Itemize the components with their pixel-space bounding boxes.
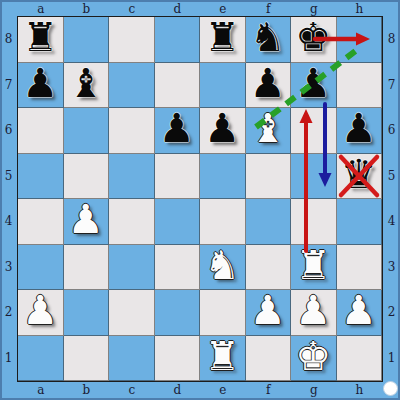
square-d3[interactable] [155,245,201,291]
square-e3[interactable]: ♞ [200,245,246,291]
white-pawn-g2[interactable]: ♟ [295,290,331,330]
square-e1[interactable]: ♜ [200,336,246,382]
square-g6[interactable] [291,108,337,154]
black-bishop-b7[interactable]: ♝ [68,63,104,103]
square-h1[interactable] [337,336,383,382]
rank-label-left-8: 8 [0,17,17,63]
square-f1[interactable] [246,336,292,382]
rank-label-right-1: 1 [383,336,400,382]
square-a8[interactable]: ♜ [18,17,64,63]
square-d6[interactable]: ♟ [155,108,201,154]
square-f3[interactable] [246,245,292,291]
square-a1[interactable] [18,336,64,382]
file-label-top-f: f [246,1,292,17]
square-e4[interactable] [200,199,246,245]
square-g7[interactable]: ♟ [291,63,337,109]
black-pawn-d6[interactable]: ♟ [159,108,195,148]
square-c3[interactable] [109,245,155,291]
file-label-top-d: d [155,1,201,17]
square-g4[interactable] [291,199,337,245]
square-g8[interactable]: ♚ [291,17,337,63]
square-d1[interactable] [155,336,201,382]
file-label-bottom-f: f [246,382,292,398]
square-c1[interactable] [109,336,155,382]
rank-label-right-7: 7 [383,63,400,109]
square-c8[interactable] [109,17,155,63]
square-a6[interactable] [18,108,64,154]
file-label-bottom-c: c [109,382,155,398]
file-label-bottom-e: e [200,382,246,398]
rank-label-right-6: 6 [383,108,400,154]
white-pawn-f2[interactable]: ♟ [250,290,286,330]
square-b2[interactable] [64,290,110,336]
square-b1[interactable] [64,336,110,382]
square-b4[interactable]: ♟ [64,199,110,245]
white-rook-g3[interactable]: ♜ [295,245,331,285]
square-a4[interactable] [18,199,64,245]
white-to-move-indicator [383,381,398,396]
file-label-bottom-b: b [64,382,110,398]
square-h8[interactable] [337,17,383,63]
square-f6[interactable]: ♝ [246,108,292,154]
file-label-top-h: h [337,1,383,17]
rank-label-left-1: 1 [0,336,17,382]
file-label-top-b: b [64,1,110,17]
white-king-g1[interactable]: ♚ [295,336,331,376]
rank-label-left-6: 6 [0,108,17,154]
square-f4[interactable] [246,199,292,245]
square-e7[interactable] [200,63,246,109]
rank-label-right-4: 4 [383,199,400,245]
square-h6[interactable]: ♟ [337,108,383,154]
square-c6[interactable] [109,108,155,154]
square-d4[interactable] [155,199,201,245]
square-h4[interactable] [337,199,383,245]
file-label-bottom-g: g [291,382,337,398]
square-g5[interactable] [291,154,337,200]
file-label-bottom-h: h [337,382,383,398]
chess-board: ♜♜♞♚♟♝♟♟♟♟♝♟♛♟♞♜♟♟♟♟♜♚ [17,16,383,382]
square-d7[interactable] [155,63,201,109]
square-c7[interactable] [109,63,155,109]
square-c4[interactable] [109,199,155,245]
square-f7[interactable]: ♟ [246,63,292,109]
square-b7[interactable]: ♝ [64,63,110,109]
square-g3[interactable]: ♜ [291,245,337,291]
white-pawn-h2[interactable]: ♟ [341,290,377,330]
square-e2[interactable] [200,290,246,336]
square-c5[interactable] [109,154,155,200]
square-a5[interactable] [18,154,64,200]
square-b6[interactable] [64,108,110,154]
square-f5[interactable] [246,154,292,200]
square-d2[interactable] [155,290,201,336]
square-d5[interactable] [155,154,201,200]
rank-label-right-3: 3 [383,245,400,291]
square-h5[interactable]: ♛ [337,154,383,200]
rank-label-right-2: 2 [383,290,400,336]
file-label-top-c: c [109,1,155,17]
square-e8[interactable]: ♜ [200,17,246,63]
square-h2[interactable]: ♟ [337,290,383,336]
black-king-g8[interactable]: ♚ [295,17,331,57]
square-h3[interactable] [337,245,383,291]
rank-label-left-4: 4 [0,199,17,245]
rank-label-left-7: 7 [0,63,17,109]
square-b5[interactable] [64,154,110,200]
white-pawn-a2[interactable]: ♟ [22,290,58,330]
square-a7[interactable]: ♟ [18,63,64,109]
white-rook-e1[interactable]: ♜ [204,336,240,376]
square-a2[interactable]: ♟ [18,290,64,336]
white-knight-e3[interactable]: ♞ [204,245,240,285]
file-label-bottom-a: a [18,382,64,398]
square-e6[interactable]: ♟ [200,108,246,154]
black-queen-h5[interactable]: ♛ [341,154,377,194]
rank-label-left-3: 3 [0,245,17,291]
square-g2[interactable]: ♟ [291,290,337,336]
file-label-top-e: e [200,1,246,17]
white-pawn-b4[interactable]: ♟ [68,199,104,239]
chess-board-frame: ♜♜♞♚♟♝♟♟♟♟♝♟♛♟♞♜♟♟♟♟♜♚ aabbccddeeffgghh8… [0,0,400,400]
file-label-bottom-d: d [155,382,201,398]
square-h7[interactable] [337,63,383,109]
black-pawn-e6[interactable]: ♟ [204,108,240,148]
rank-label-right-8: 8 [383,17,400,63]
square-b8[interactable] [64,17,110,63]
black-pawn-h6[interactable]: ♟ [341,108,377,148]
square-b3[interactable] [64,245,110,291]
black-pawn-f7[interactable]: ♟ [250,63,286,103]
black-rook-e8[interactable]: ♜ [204,17,240,57]
square-d8[interactable] [155,17,201,63]
square-e5[interactable] [200,154,246,200]
file-label-top-g: g [291,1,337,17]
rank-label-left-2: 2 [0,290,17,336]
square-f8[interactable]: ♞ [246,17,292,63]
square-c2[interactable] [109,290,155,336]
file-label-top-a: a [18,1,64,17]
black-knight-f8[interactable]: ♞ [250,17,286,57]
black-pawn-a7[interactable]: ♟ [22,63,58,103]
rank-label-right-5: 5 [383,154,400,200]
rank-label-left-5: 5 [0,154,17,200]
square-a3[interactable] [18,245,64,291]
square-f2[interactable]: ♟ [246,290,292,336]
white-bishop-f6[interactable]: ♝ [250,108,286,148]
black-pawn-g7[interactable]: ♟ [295,63,331,103]
square-g1[interactable]: ♚ [291,336,337,382]
black-rook-a8[interactable]: ♜ [22,17,58,57]
